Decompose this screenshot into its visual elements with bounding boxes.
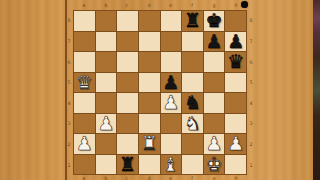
square-f3[interactable]: ♞ (182, 114, 203, 134)
piece-black-rook-c1[interactable]: ♜ (119, 154, 136, 173)
square-d7[interactable] (139, 32, 160, 52)
piece-black-pawn-g7[interactable]: ♟ (206, 31, 223, 50)
rank-label-left-2: 2 (67, 142, 70, 147)
square-e2[interactable] (161, 134, 182, 154)
square-a2[interactable]: ♟ (74, 134, 95, 154)
square-c7[interactable] (117, 32, 138, 52)
chess-board: ♜♚♟♟♛♛♟♟♞♟♞♟♜♟♟♜♝♚ (73, 10, 247, 175)
piece-white-pawn-h2[interactable]: ♟ (227, 134, 244, 153)
square-e8[interactable] (161, 11, 182, 31)
square-e6[interactable] (161, 52, 182, 72)
square-d3[interactable] (139, 114, 160, 134)
file-label-bottom-a: a (82, 175, 85, 180)
file-label-bottom-h: h (235, 175, 238, 180)
square-a1[interactable] (74, 155, 95, 175)
square-e3[interactable] (161, 114, 182, 134)
square-b3[interactable]: ♟ (96, 114, 117, 134)
piece-black-pawn-e5[interactable]: ♟ (162, 72, 179, 91)
square-b5[interactable] (96, 73, 117, 93)
square-b2[interactable] (96, 134, 117, 154)
rank-label-left-8: 8 (67, 18, 70, 23)
file-label-bottom-b: b (104, 175, 107, 180)
square-h2[interactable]: ♟ (225, 134, 246, 154)
square-g4[interactable] (204, 93, 225, 113)
video-frame: ♜♚♟♟♛♛♟♟♞♟♞♟♜♟♟♜♝♚ aabbccddeeffgghh88776… (0, 0, 320, 180)
file-label-top-d: d (148, 2, 151, 7)
square-c5[interactable] (117, 73, 138, 93)
square-g8[interactable]: ♚ (204, 11, 225, 31)
file-label-top-a: a (82, 2, 85, 7)
square-c1[interactable]: ♜ (117, 155, 138, 175)
file-label-bottom-d: d (148, 175, 151, 180)
square-c8[interactable] (117, 11, 138, 31)
square-b7[interactable] (96, 32, 117, 52)
rank-label-right-5: 5 (249, 80, 252, 85)
piece-white-knight-f3[interactable]: ♞ (184, 113, 201, 132)
file-label-top-c: c (126, 2, 129, 7)
square-g2[interactable]: ♟ (204, 134, 225, 154)
square-d4[interactable] (139, 93, 160, 113)
rank-label-right-3: 3 (249, 121, 252, 126)
square-e5[interactable]: ♟ (161, 73, 182, 93)
square-f6[interactable] (182, 52, 203, 72)
square-h7[interactable]: ♟ (225, 32, 246, 52)
rank-label-right-6: 6 (249, 59, 252, 64)
file-label-bottom-e: e (169, 175, 172, 180)
rank-label-right-4: 4 (249, 100, 252, 105)
piece-white-king-g1[interactable]: ♚ (206, 154, 223, 173)
file-label-bottom-g: g (213, 175, 216, 180)
file-label-top-g: g (213, 2, 216, 7)
square-h3[interactable] (225, 114, 246, 134)
screen-right-edge (313, 0, 320, 180)
rank-label-right-2: 2 (249, 142, 252, 147)
square-f2[interactable] (182, 134, 203, 154)
file-label-bottom-f: f (191, 175, 193, 180)
square-e4[interactable]: ♟ (161, 93, 182, 113)
rank-label-left-4: 4 (67, 100, 70, 105)
piece-black-rook-f8[interactable]: ♜ (184, 11, 201, 30)
file-label-bottom-c: c (126, 175, 129, 180)
square-g3[interactable] (204, 114, 225, 134)
square-h4[interactable] (225, 93, 246, 113)
square-h6[interactable]: ♛ (225, 52, 246, 72)
piece-white-queen-a5[interactable]: ♛ (76, 72, 93, 91)
piece-white-rook-d2[interactable]: ♜ (141, 134, 158, 153)
square-a7[interactable] (74, 32, 95, 52)
rank-label-left-6: 6 (67, 59, 70, 64)
square-f4[interactable]: ♞ (182, 93, 203, 113)
file-label-top-b: b (104, 2, 107, 7)
square-g6[interactable] (204, 52, 225, 72)
square-c3[interactable] (117, 114, 138, 134)
square-g1[interactable]: ♚ (204, 155, 225, 175)
square-b1[interactable] (96, 155, 117, 175)
square-d8[interactable] (139, 11, 160, 31)
square-c2[interactable] (117, 134, 138, 154)
square-e7[interactable] (161, 32, 182, 52)
square-f1[interactable] (182, 155, 203, 175)
piece-black-pawn-h7[interactable]: ♟ (227, 31, 244, 50)
square-b8[interactable] (96, 11, 117, 31)
rank-label-right-7: 7 (249, 39, 252, 44)
square-e1[interactable]: ♝ (161, 155, 182, 175)
rank-label-right-1: 1 (249, 162, 252, 167)
square-a8[interactable] (74, 11, 95, 31)
rank-label-left-3: 3 (67, 121, 70, 126)
square-d2[interactable]: ♜ (139, 134, 160, 154)
rank-label-left-5: 5 (67, 80, 70, 85)
piece-white-pawn-e4[interactable]: ♟ (162, 93, 179, 112)
square-h5[interactable] (225, 73, 246, 93)
piece-white-pawn-g2[interactable]: ♟ (206, 134, 223, 153)
square-a4[interactable] (74, 93, 95, 113)
square-d6[interactable] (139, 52, 160, 72)
square-h1[interactable] (225, 155, 246, 175)
square-f8[interactable]: ♜ (182, 11, 203, 31)
square-a5[interactable]: ♛ (74, 73, 95, 93)
rank-label-left-1: 1 (67, 162, 70, 167)
piece-black-knight-f4[interactable]: ♞ (184, 93, 201, 112)
piece-black-queen-h6[interactable]: ♛ (227, 52, 244, 71)
square-f5[interactable] (182, 73, 203, 93)
file-label-top-e: e (169, 2, 172, 7)
piece-white-bishop-e1[interactable]: ♝ (162, 154, 179, 173)
square-a6[interactable] (74, 52, 95, 72)
piece-black-king-g8[interactable]: ♚ (206, 11, 223, 30)
file-label-top-h: h (235, 2, 238, 7)
rank-label-right-8: 8 (249, 18, 252, 23)
square-d5[interactable] (139, 73, 160, 93)
square-g5[interactable] (204, 73, 225, 93)
square-d1[interactable] (139, 155, 160, 175)
board-frame-edge (65, 0, 67, 180)
piece-white-pawn-a2[interactable]: ♟ (76, 134, 93, 153)
square-g7[interactable]: ♟ (204, 32, 225, 52)
square-c6[interactable] (117, 52, 138, 72)
piece-white-pawn-b3[interactable]: ♟ (97, 113, 114, 132)
square-h8[interactable] (225, 11, 246, 31)
square-c4[interactable] (117, 93, 138, 113)
square-b4[interactable] (96, 93, 117, 113)
black-to-move-indicator (241, 1, 248, 8)
rank-label-left-7: 7 (67, 39, 70, 44)
file-label-top-f: f (191, 2, 193, 7)
square-b6[interactable] (96, 52, 117, 72)
square-a3[interactable] (74, 114, 95, 134)
square-f7[interactable] (182, 32, 203, 52)
